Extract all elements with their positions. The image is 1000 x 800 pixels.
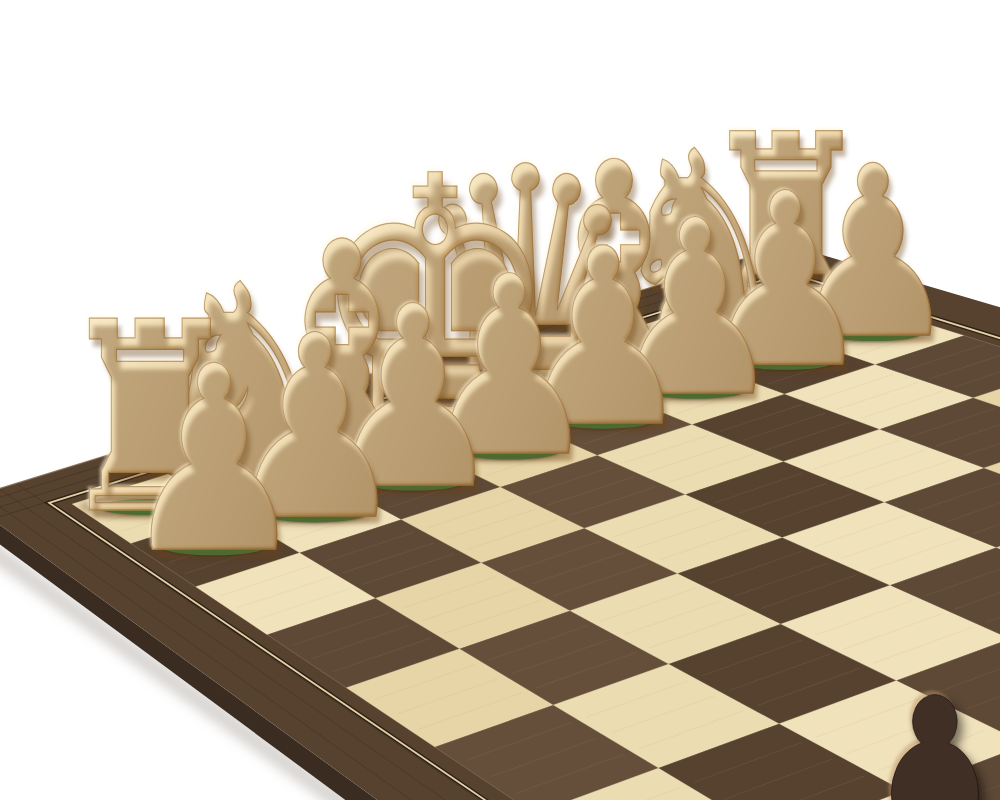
chess-set-product-photo: ♜♞♟♝♟♛♟♚♟♝♟♞♟♜♟♟♟ [0,0,1000,800]
chess-board [0,0,1000,800]
board-svg [0,0,1000,800]
